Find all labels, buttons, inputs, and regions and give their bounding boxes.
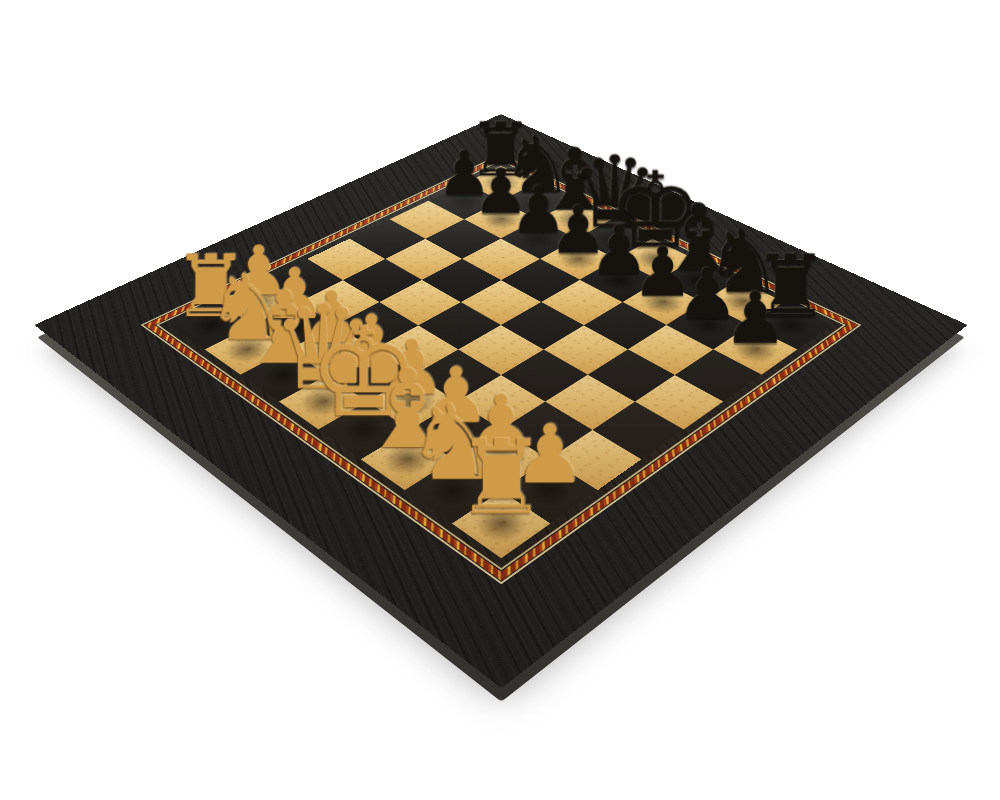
product-photo-stage: ♜♞♝♛♚♝♞♜♟♟♟♟♟♟♟♟♟♟♟♟♟♟♟♟♜♞♝♛♚♝♞♜ xyxy=(0,0,1000,800)
perspective-scene: ♜♞♝♛♚♝♞♜♟♟♟♟♟♟♟♟♟♟♟♟♟♟♟♟♜♞♝♛♚♝♞♜ xyxy=(0,0,1000,800)
white-rook-glyph: ♜ xyxy=(455,425,547,528)
chess-board: ♜♞♝♛♚♝♞♜♟♟♟♟♟♟♟♟♟♟♟♟♟♟♟♟♜♞♝♛♚♝♞♜ xyxy=(34,114,967,688)
square-f6[interactable] xyxy=(584,302,667,349)
board-grid: ♜♞♝♛♚♝♞♜♟♟♟♟♟♟♟♟♟♟♟♟♟♟♟♟♜♞♝♛♚♝♞♜ xyxy=(170,166,832,558)
black-pawn-glyph: ♟ xyxy=(723,282,787,354)
board-surface: ♜♞♝♛♚♝♞♜♟♟♟♟♟♟♟♟♟♟♟♟♟♟♟♟♜♞♝♛♚♝♞♜ xyxy=(34,114,967,688)
